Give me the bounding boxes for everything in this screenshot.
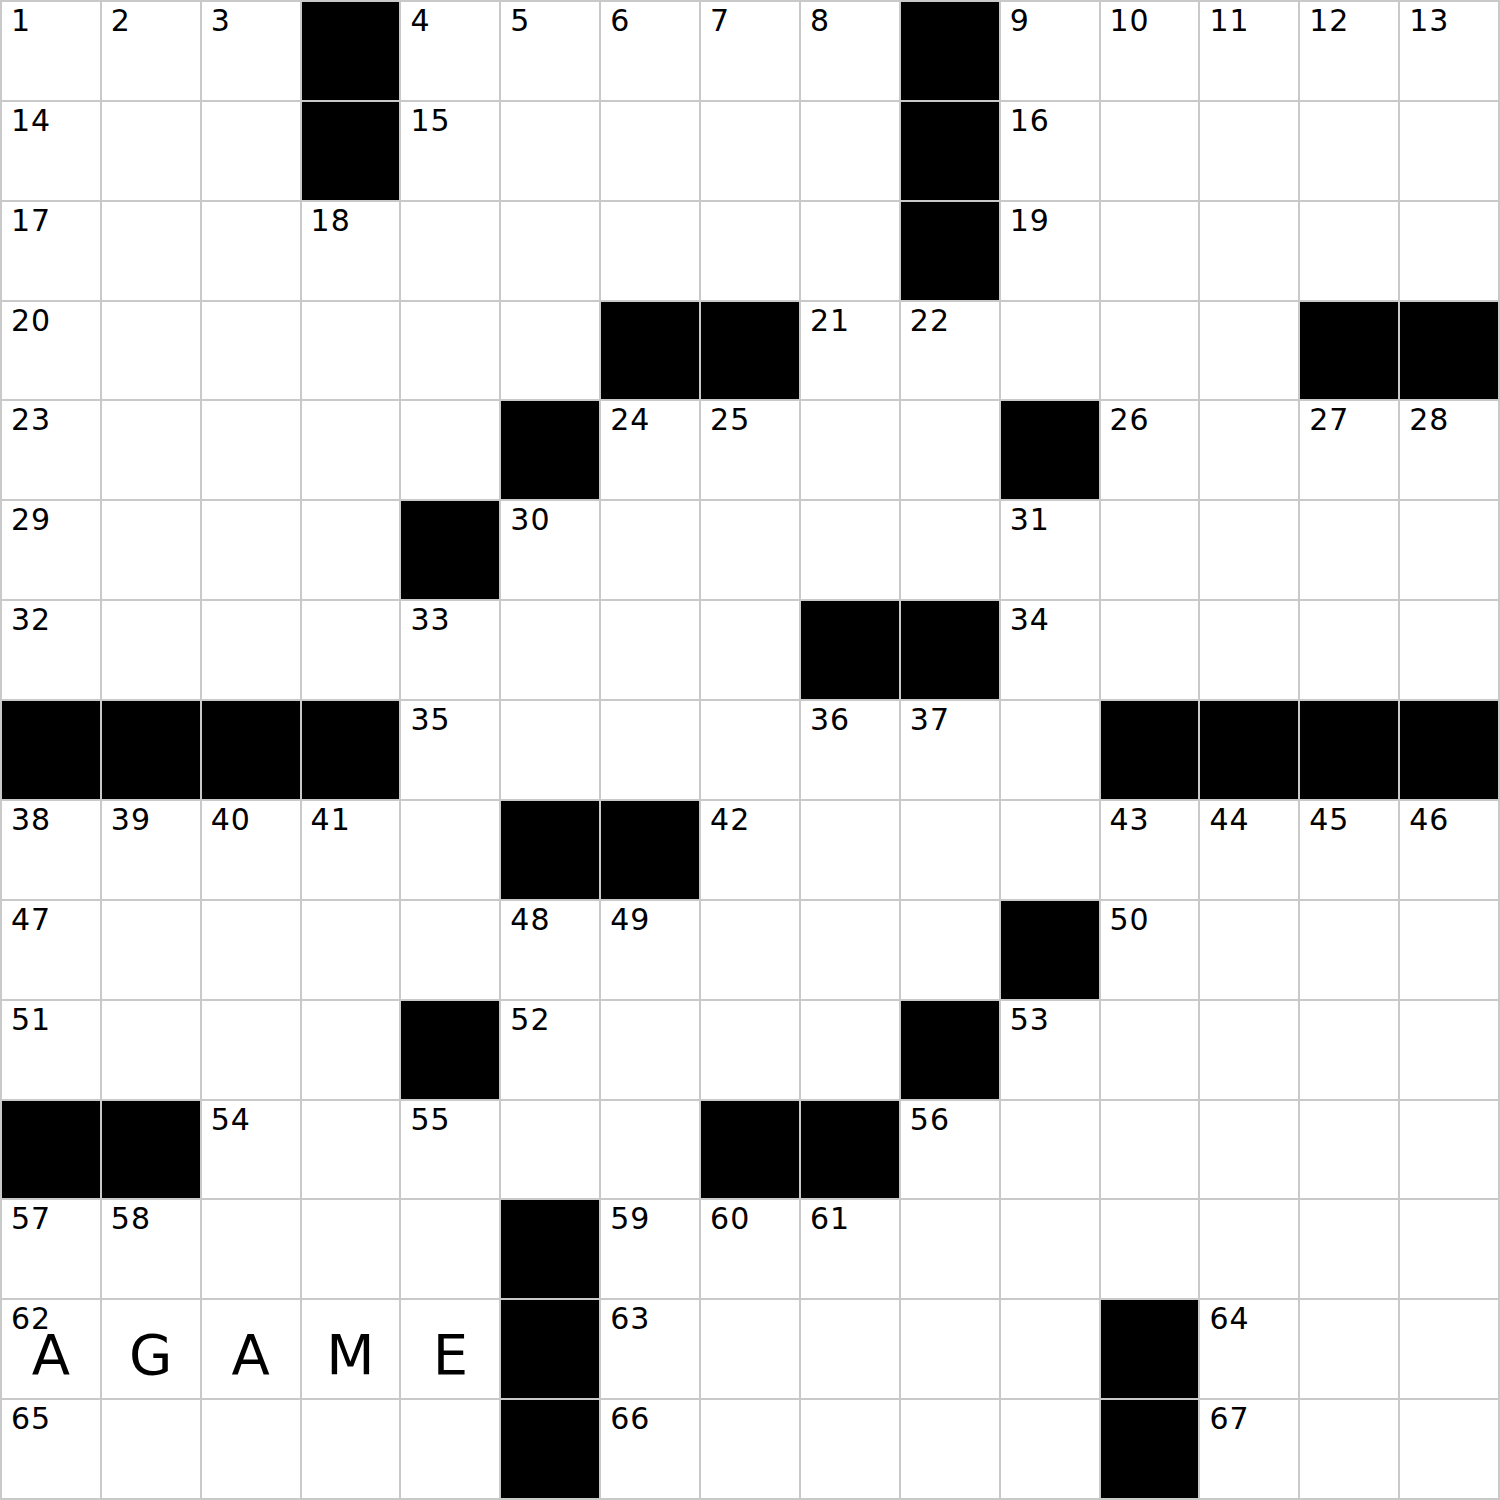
black-cell-r8c3	[202, 701, 300, 799]
cell-r6c2[interactable]	[102, 501, 200, 599]
clue-number: 65	[11, 1402, 51, 1436]
clue-number: 49	[610, 903, 650, 937]
clue-number: 4	[410, 4, 430, 38]
cell-r1c13[interactable]: 11	[1200, 2, 1298, 100]
cell-r9c15[interactable]: 46	[1400, 801, 1498, 899]
black-cell-r15c12	[1101, 1400, 1199, 1498]
cell-r2c9[interactable]	[801, 102, 899, 200]
clue-number: 7	[710, 4, 730, 38]
cell-r2c12[interactable]	[1101, 102, 1199, 200]
cell-r14c8[interactable]	[701, 1300, 799, 1398]
cell-r15c11[interactable]	[1001, 1400, 1099, 1498]
cell-r13c4[interactable]	[302, 1200, 400, 1298]
cell-r14c15[interactable]	[1400, 1300, 1498, 1398]
cell-r4c11[interactable]	[1001, 302, 1099, 400]
cell-r9c9[interactable]	[801, 801, 899, 899]
cell-r11c9[interactable]	[801, 1001, 899, 1099]
cell-r6c12[interactable]	[1101, 501, 1199, 599]
cell-r8c5[interactable]: 35	[401, 701, 499, 799]
black-cell-r4c7	[601, 302, 699, 400]
clue-number: 20	[11, 304, 51, 338]
clue-number: 64	[1209, 1302, 1249, 1336]
cell-r13c12[interactable]	[1101, 1200, 1199, 1298]
cell-r10c3[interactable]	[202, 901, 300, 999]
cell-r5c7[interactable]: 24	[601, 401, 699, 499]
clue-number: 60	[710, 1202, 750, 1236]
clue-number: 36	[810, 703, 850, 737]
cell-r11c1[interactable]: 51	[2, 1001, 100, 1099]
cell-r5c14[interactable]: 27	[1300, 401, 1398, 499]
cell-r9c11[interactable]	[1001, 801, 1099, 899]
cell-r12c4[interactable]	[302, 1101, 400, 1199]
black-cell-r14c6	[501, 1300, 599, 1398]
clue-number: 6	[610, 4, 630, 38]
cell-r3c4[interactable]: 18	[302, 202, 400, 300]
black-cell-r5c11	[1001, 401, 1099, 499]
cell-r14c9[interactable]	[801, 1300, 899, 1398]
cell-r3c9[interactable]	[801, 202, 899, 300]
cell-r2c11[interactable]: 16	[1001, 102, 1099, 200]
cell-r9c4[interactable]: 41	[302, 801, 400, 899]
cell-r8c9[interactable]: 36	[801, 701, 899, 799]
cell-r11c8[interactable]	[701, 1001, 799, 1099]
clue-number: 63	[610, 1302, 650, 1336]
cell-r2c13[interactable]	[1200, 102, 1298, 200]
cell-r2c6[interactable]	[501, 102, 599, 200]
black-cell-r8c2	[102, 701, 200, 799]
black-cell-r9c7	[601, 801, 699, 899]
cell-r13c14[interactable]	[1300, 1200, 1398, 1298]
black-cell-r6c5	[401, 501, 499, 599]
clue-number: 24	[610, 403, 650, 437]
clue-number: 40	[211, 803, 251, 837]
cell-r4c4[interactable]	[302, 302, 400, 400]
clue-number: 31	[1010, 503, 1050, 537]
cell-r7c1[interactable]: 32	[2, 601, 100, 699]
black-cell-r4c15	[1400, 302, 1498, 400]
cell-r15c5[interactable]	[401, 1400, 499, 1498]
cell-r3c5[interactable]	[401, 202, 499, 300]
cell-r5c3[interactable]	[202, 401, 300, 499]
clue-number: 54	[211, 1103, 251, 1137]
cell-r11c7[interactable]	[601, 1001, 699, 1099]
cell-r10c15[interactable]	[1400, 901, 1498, 999]
cell-r6c15[interactable]	[1400, 501, 1498, 599]
cell-r4c2[interactable]	[102, 302, 200, 400]
cell-r12c14[interactable]	[1300, 1101, 1398, 1199]
cell-r11c11[interactable]: 53	[1001, 1001, 1099, 1099]
cell-r6c1[interactable]: 29	[2, 501, 100, 599]
cell-r5c15[interactable]: 28	[1400, 401, 1498, 499]
cell-r4c5[interactable]	[401, 302, 499, 400]
clue-number: 12	[1309, 4, 1349, 38]
cell-r7c6[interactable]	[501, 601, 599, 699]
clue-number: 43	[1110, 803, 1150, 837]
black-cell-r12c9	[801, 1101, 899, 1199]
cell-r13c11[interactable]	[1001, 1200, 1099, 1298]
cell-r7c7[interactable]	[601, 601, 699, 699]
black-cell-r8c1	[2, 701, 100, 799]
clue-number: 50	[1110, 903, 1150, 937]
black-cell-r1c4	[302, 2, 400, 100]
cell-r15c8[interactable]	[701, 1400, 799, 1498]
cell-r8c11[interactable]	[1001, 701, 1099, 799]
black-cell-r10c11	[1001, 901, 1099, 999]
clue-number: 3	[211, 4, 231, 38]
cell-r9c3[interactable]: 40	[202, 801, 300, 899]
cell-r10c6[interactable]: 48	[501, 901, 599, 999]
cell-r3c13[interactable]	[1200, 202, 1298, 300]
cell-r10c13[interactable]	[1200, 901, 1298, 999]
cell-r1c3[interactable]: 3	[202, 2, 300, 100]
cell-r3c1[interactable]: 17	[2, 202, 100, 300]
cell-r1c5[interactable]: 4	[401, 2, 499, 100]
cell-r14c10[interactable]	[901, 1300, 999, 1398]
cell-r2c2[interactable]	[102, 102, 200, 200]
clue-number: 46	[1409, 803, 1449, 837]
cell-r12c7[interactable]	[601, 1101, 699, 1199]
cell-r13c2[interactable]: 58	[102, 1200, 200, 1298]
cell-r14c5[interactable]: E	[401, 1300, 499, 1398]
cell-r12c5[interactable]: 55	[401, 1101, 499, 1199]
cell-r15c1[interactable]: 65	[2, 1400, 100, 1498]
cell-r1c6[interactable]: 5	[501, 2, 599, 100]
cell-r11c12[interactable]	[1101, 1001, 1199, 1099]
clue-number: 5	[510, 4, 530, 38]
cell-letter: E	[401, 1300, 499, 1398]
cell-r7c5[interactable]: 33	[401, 601, 499, 699]
black-cell-r2c4	[302, 102, 400, 200]
cell-r13c5[interactable]	[401, 1200, 499, 1298]
black-cell-r8c12	[1101, 701, 1199, 799]
clue-number: 66	[610, 1402, 650, 1436]
clue-number: 23	[11, 403, 51, 437]
cell-r5c9[interactable]	[801, 401, 899, 499]
black-cell-r5c6	[501, 401, 599, 499]
clue-number: 39	[111, 803, 151, 837]
black-cell-r1c10	[901, 2, 999, 100]
clue-number: 1	[11, 4, 31, 38]
cell-r7c12[interactable]	[1101, 601, 1199, 699]
clue-number: 2	[111, 4, 131, 38]
clue-number: 21	[810, 304, 850, 338]
cell-r4c1[interactable]: 20	[2, 302, 100, 400]
cell-r2c1[interactable]: 14	[2, 102, 100, 200]
cell-r15c7[interactable]: 66	[601, 1400, 699, 1498]
cell-r3c12[interactable]	[1101, 202, 1199, 300]
cell-r13c1[interactable]: 57	[2, 1200, 100, 1298]
black-cell-r12c2	[102, 1101, 200, 1199]
cell-r2c8[interactable]	[701, 102, 799, 200]
black-cell-r4c14	[1300, 302, 1398, 400]
clue-number: 55	[410, 1103, 450, 1137]
clue-number: 16	[1010, 104, 1050, 138]
cell-r15c9[interactable]	[801, 1400, 899, 1498]
clue-number: 26	[1110, 403, 1150, 437]
cell-r6c7[interactable]	[601, 501, 699, 599]
cell-r1c2[interactable]: 2	[102, 2, 200, 100]
cell-letter: M	[302, 1300, 400, 1398]
clue-number: 67	[1209, 1402, 1249, 1436]
black-cell-r11c10	[901, 1001, 999, 1099]
cell-r9c10[interactable]	[901, 801, 999, 899]
black-cell-r7c9	[801, 601, 899, 699]
clue-number: 41	[311, 803, 351, 837]
cell-r9c12[interactable]: 43	[1101, 801, 1199, 899]
cell-r13c10[interactable]	[901, 1200, 999, 1298]
cell-r8c6[interactable]	[501, 701, 599, 799]
black-cell-r12c8	[701, 1101, 799, 1199]
cell-r7c11[interactable]: 34	[1001, 601, 1099, 699]
clue-number: 27	[1309, 403, 1349, 437]
clue-number: 58	[111, 1202, 151, 1236]
cell-r6c13[interactable]	[1200, 501, 1298, 599]
cell-r6c9[interactable]	[801, 501, 899, 599]
clue-number: 17	[11, 204, 51, 238]
cell-r6c8[interactable]	[701, 501, 799, 599]
cell-r15c2[interactable]	[102, 1400, 200, 1498]
cell-r2c5[interactable]: 15	[401, 102, 499, 200]
cell-r5c4[interactable]	[302, 401, 400, 499]
cell-r1c11[interactable]: 9	[1001, 2, 1099, 100]
cell-r3c6[interactable]	[501, 202, 599, 300]
cell-r15c14[interactable]	[1300, 1400, 1398, 1498]
black-cell-r3c10	[901, 202, 999, 300]
cell-r7c4[interactable]	[302, 601, 400, 699]
clue-number: 52	[510, 1003, 550, 1037]
cell-r6c10[interactable]	[901, 501, 999, 599]
black-cell-r2c10	[901, 102, 999, 200]
cell-r8c7[interactable]	[601, 701, 699, 799]
cell-r10c7[interactable]: 49	[601, 901, 699, 999]
cell-r13c7[interactable]: 59	[601, 1200, 699, 1298]
cell-r10c2[interactable]	[102, 901, 200, 999]
cell-r3c15[interactable]	[1400, 202, 1498, 300]
clue-number: 45	[1309, 803, 1349, 837]
cell-r6c4[interactable]	[302, 501, 400, 599]
clue-number: 35	[410, 703, 450, 737]
cell-r11c3[interactable]	[202, 1001, 300, 1099]
black-cell-r14c12	[1101, 1300, 1199, 1398]
cell-r5c5[interactable]	[401, 401, 499, 499]
cell-r14c7[interactable]: 63	[601, 1300, 699, 1398]
cell-r7c13[interactable]	[1200, 601, 1298, 699]
cell-r10c1[interactable]: 47	[2, 901, 100, 999]
clue-number: 61	[810, 1202, 850, 1236]
cell-r5c10[interactable]	[901, 401, 999, 499]
cell-r12c15[interactable]	[1400, 1101, 1498, 1199]
cell-r8c10[interactable]: 37	[901, 701, 999, 799]
clue-number: 42	[710, 803, 750, 837]
cell-r9c14[interactable]: 45	[1300, 801, 1398, 899]
clue-number: 37	[910, 703, 950, 737]
cell-r7c3[interactable]	[202, 601, 300, 699]
clue-number: 28	[1409, 403, 1449, 437]
cell-r1c9[interactable]: 8	[801, 2, 899, 100]
black-cell-r12c1	[2, 1101, 100, 1199]
cell-r7c15[interactable]	[1400, 601, 1498, 699]
clue-number: 8	[810, 4, 830, 38]
cell-r1c1[interactable]: 1	[2, 2, 100, 100]
clue-number: 29	[11, 503, 51, 537]
cell-r15c10[interactable]	[901, 1400, 999, 1498]
cell-r14c4[interactable]: M	[302, 1300, 400, 1398]
cell-r2c7[interactable]	[601, 102, 699, 200]
cell-r6c14[interactable]	[1300, 501, 1398, 599]
cell-r4c13[interactable]	[1200, 302, 1298, 400]
black-cell-r11c5	[401, 1001, 499, 1099]
cell-r5c2[interactable]	[102, 401, 200, 499]
black-cell-r7c10	[901, 601, 999, 699]
cell-r12c3[interactable]: 54	[202, 1101, 300, 1199]
cell-r4c3[interactable]	[202, 302, 300, 400]
clue-number: 47	[11, 903, 51, 937]
cell-r3c7[interactable]	[601, 202, 699, 300]
cell-r9c8[interactable]: 42	[701, 801, 799, 899]
cell-r11c14[interactable]	[1300, 1001, 1398, 1099]
cell-r3c2[interactable]	[102, 202, 200, 300]
clue-number: 48	[510, 903, 550, 937]
cell-r11c2[interactable]	[102, 1001, 200, 1099]
black-cell-r8c13	[1200, 701, 1298, 799]
cell-r14c2[interactable]: G	[102, 1300, 200, 1398]
cell-r13c8[interactable]: 60	[701, 1200, 799, 1298]
cell-r4c10[interactable]: 22	[901, 302, 999, 400]
cell-r5c1[interactable]: 23	[2, 401, 100, 499]
cell-r9c1[interactable]: 38	[2, 801, 100, 899]
cell-r14c13[interactable]: 64	[1200, 1300, 1298, 1398]
cell-r2c3[interactable]	[202, 102, 300, 200]
clue-number: 34	[1010, 603, 1050, 637]
cell-r15c3[interactable]	[202, 1400, 300, 1498]
cell-r13c13[interactable]	[1200, 1200, 1298, 1298]
cell-letter: A	[2, 1300, 100, 1398]
clue-number: 53	[1010, 1003, 1050, 1037]
cell-r7c2[interactable]	[102, 601, 200, 699]
clue-number: 32	[11, 603, 51, 637]
cell-r13c15[interactable]	[1400, 1200, 1498, 1298]
clue-number: 33	[410, 603, 450, 637]
cell-r4c6[interactable]	[501, 302, 599, 400]
cell-r4c12[interactable]	[1101, 302, 1199, 400]
cell-r9c5[interactable]	[401, 801, 499, 899]
cell-r1c7[interactable]: 6	[601, 2, 699, 100]
cell-r1c12[interactable]: 10	[1101, 2, 1199, 100]
clue-number: 9	[1010, 4, 1030, 38]
cell-r6c3[interactable]	[202, 501, 300, 599]
cell-r9c2[interactable]: 39	[102, 801, 200, 899]
cell-r13c9[interactable]: 61	[801, 1200, 899, 1298]
cell-r14c1[interactable]: 62A	[2, 1300, 100, 1398]
cell-r14c3[interactable]: A	[202, 1300, 300, 1398]
clue-number: 56	[910, 1103, 950, 1137]
cell-r15c4[interactable]	[302, 1400, 400, 1498]
cell-r10c8[interactable]	[701, 901, 799, 999]
cell-r8c8[interactable]	[701, 701, 799, 799]
clue-number: 19	[1010, 204, 1050, 238]
cell-r5c8[interactable]: 25	[701, 401, 799, 499]
clue-number: 25	[710, 403, 750, 437]
black-cell-r15c6	[501, 1400, 599, 1498]
cell-r11c13[interactable]	[1200, 1001, 1298, 1099]
cell-r14c14[interactable]	[1300, 1300, 1398, 1398]
clue-number: 13	[1409, 4, 1449, 38]
cell-r10c14[interactable]	[1300, 901, 1398, 999]
cell-r6c11[interactable]: 31	[1001, 501, 1099, 599]
clue-number: 11	[1209, 4, 1249, 38]
clue-number: 38	[11, 803, 51, 837]
cell-r12c11[interactable]	[1001, 1101, 1099, 1199]
cell-r12c6[interactable]	[501, 1101, 599, 1199]
cell-r4c9[interactable]: 21	[801, 302, 899, 400]
clue-number: 14	[11, 104, 51, 138]
cell-r11c6[interactable]: 52	[501, 1001, 599, 1099]
clue-number: 44	[1209, 803, 1249, 837]
clue-number: 18	[311, 204, 351, 238]
cell-r5c12[interactable]: 26	[1101, 401, 1199, 499]
cell-r1c8[interactable]: 7	[701, 2, 799, 100]
cell-r15c15[interactable]	[1400, 1400, 1498, 1498]
cell-r9c13[interactable]: 44	[1200, 801, 1298, 899]
cell-r1c14[interactable]: 12	[1300, 2, 1398, 100]
cell-r10c5[interactable]	[401, 901, 499, 999]
cell-letter: G	[102, 1300, 200, 1398]
black-cell-r8c14	[1300, 701, 1398, 799]
cell-r1c15[interactable]: 13	[1400, 2, 1498, 100]
cell-r10c12[interactable]: 50	[1101, 901, 1199, 999]
black-cell-r8c4	[302, 701, 400, 799]
cell-r10c9[interactable]	[801, 901, 899, 999]
clue-number: 51	[11, 1003, 51, 1037]
cell-r3c11[interactable]: 19	[1001, 202, 1099, 300]
cell-r11c4[interactable]	[302, 1001, 400, 1099]
cell-r2c15[interactable]	[1400, 102, 1498, 200]
black-cell-r9c6	[501, 801, 599, 899]
clue-number: 59	[610, 1202, 650, 1236]
black-cell-r4c8	[701, 302, 799, 400]
cell-letter: A	[202, 1300, 300, 1398]
crossword-grid: 1234567891011121314151617181920212223242…	[0, 0, 1500, 1500]
cell-r2c14[interactable]	[1300, 102, 1398, 200]
black-cell-r8c15	[1400, 701, 1498, 799]
cell-r12c12[interactable]	[1101, 1101, 1199, 1199]
cell-r6c6[interactable]: 30	[501, 501, 599, 599]
black-cell-r13c6	[501, 1200, 599, 1298]
cell-r7c14[interactable]	[1300, 601, 1398, 699]
cell-r10c10[interactable]	[901, 901, 999, 999]
cell-r3c3[interactable]	[202, 202, 300, 300]
cell-r14c11[interactable]	[1001, 1300, 1099, 1398]
clue-number: 10	[1110, 4, 1150, 38]
cell-r3c14[interactable]	[1300, 202, 1398, 300]
cell-r5c13[interactable]	[1200, 401, 1298, 499]
cell-r12c10[interactable]: 56	[901, 1101, 999, 1199]
clue-number: 22	[910, 304, 950, 338]
cell-r3c8[interactable]	[701, 202, 799, 300]
cell-r7c8[interactable]	[701, 601, 799, 699]
clue-number: 15	[410, 104, 450, 138]
cell-r12c13[interactable]	[1200, 1101, 1298, 1199]
clue-number: 30	[510, 503, 550, 537]
cell-r15c13[interactable]: 67	[1200, 1400, 1298, 1498]
cell-r11c15[interactable]	[1400, 1001, 1498, 1099]
cell-r10c4[interactable]	[302, 901, 400, 999]
clue-number: 57	[11, 1202, 51, 1236]
cell-r13c3[interactable]	[202, 1200, 300, 1298]
